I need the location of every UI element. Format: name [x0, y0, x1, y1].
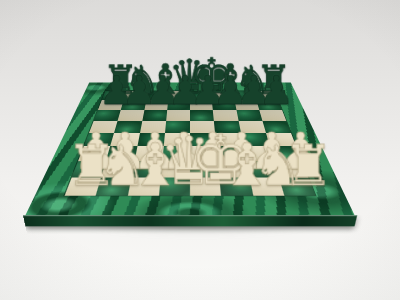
piece-white-bishop-c1[interactable]: ♝ [128, 133, 159, 192]
piece-white-queen-d1[interactable]: ♛ [159, 125, 190, 191]
board-perspective-wrapper: ♜♞♝♛♚♝♞♜♟♟♟♟♟♟♟♟♟♟♟♟♟♟♟♟♜♞♝♛♚♝♞♜ [65, 8, 315, 258]
piece-black-pawn-g7[interactable]: ♟ [236, 68, 259, 108]
board-front-edge [23, 215, 357, 226]
piece-black-pawn-b7[interactable]: ♟ [122, 68, 145, 108]
piece-white-king-e1[interactable]: ♚ [190, 123, 221, 192]
piece-white-bishop-f1[interactable]: ♝ [221, 133, 252, 192]
chess-set-photo: ♜♞♝♛♚♝♞♜♟♟♟♟♟♟♟♟♟♟♟♟♟♟♟♟♜♞♝♛♚♝♞♜ [0, 0, 400, 300]
piece-black-pawn-d7[interactable]: ♟ [167, 68, 190, 108]
square-h6[interactable] [259, 110, 286, 121]
square-a6[interactable] [94, 110, 121, 121]
piece-black-pawn-a7[interactable]: ♟ [99, 68, 122, 108]
square-c6[interactable] [142, 110, 167, 121]
piece-white-knight-b1[interactable]: ♞ [97, 135, 128, 191]
piece-white-rook-a1[interactable]: ♜ [66, 135, 97, 191]
square-b6[interactable] [118, 110, 144, 121]
piece-white-rook-h1[interactable]: ♜ [283, 135, 314, 191]
piece-black-pawn-c7[interactable]: ♟ [144, 68, 167, 108]
piece-black-pawn-e7[interactable]: ♟ [190, 68, 213, 108]
chess-board: ♜♞♝♛♚♝♞♜♟♟♟♟♟♟♟♟♟♟♟♟♟♟♟♟♜♞♝♛♚♝♞♜ [25, 83, 354, 216]
piece-black-pawn-f7[interactable]: ♟ [213, 68, 236, 108]
square-d6[interactable] [166, 110, 190, 121]
piece-white-knight-g1[interactable]: ♞ [252, 135, 283, 191]
piece-black-pawn-h7[interactable]: ♟ [258, 68, 281, 108]
